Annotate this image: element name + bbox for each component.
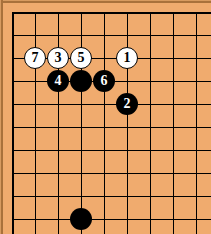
stone-white-7: 7 [24, 47, 46, 69]
stone-white-1: 1 [116, 47, 138, 69]
go-board-corner: 7351462 [0, 0, 211, 234]
stone-move-number: 5 [78, 51, 85, 65]
stone-black-unnumbered [70, 208, 92, 230]
stone-move-number: 7 [32, 51, 39, 65]
stone-black-6: 6 [93, 70, 115, 92]
stone-black-4: 4 [47, 70, 69, 92]
stone-move-number: 4 [55, 74, 62, 88]
stone-white-5: 5 [70, 47, 92, 69]
stone-move-number: 6 [101, 74, 108, 88]
stone-black-unnumbered [70, 70, 92, 92]
stone-white-3: 3 [47, 47, 69, 69]
stone-move-number: 2 [124, 97, 131, 111]
board-intersection-grid[interactable]: 7351462 [1, 1, 208, 231]
stone-move-number: 1 [124, 51, 131, 65]
stone-move-number: 3 [55, 51, 62, 65]
stone-black-2: 2 [116, 93, 138, 115]
